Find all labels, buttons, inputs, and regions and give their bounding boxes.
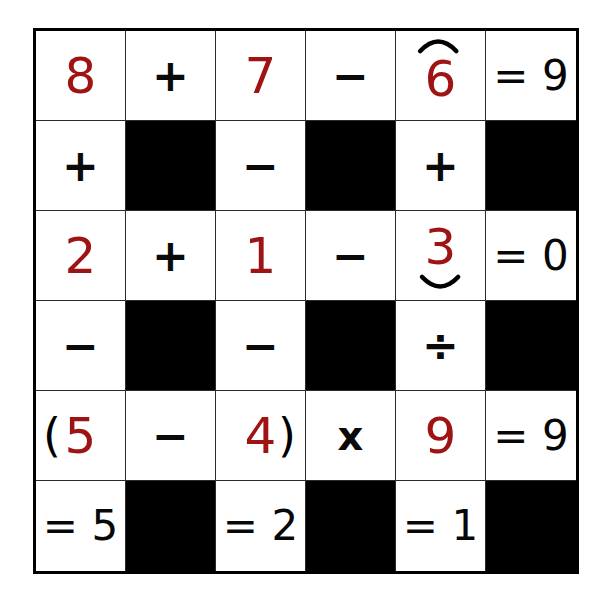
- entry-digit: 4: [245, 411, 277, 461]
- cell-r3c2-operator: +: [126, 211, 216, 301]
- operator-glyph: +: [62, 144, 99, 188]
- cell-r5c3-number[interactable]: 4): [216, 391, 306, 481]
- cell-r4c2-black: [126, 301, 216, 391]
- result-text: = 9: [493, 55, 568, 97]
- cell-r5c6-result: = 9: [486, 391, 576, 481]
- cell-r6c4-black: [306, 481, 396, 571]
- cell-r2c6-black: [486, 121, 576, 211]
- cell-r3c1-number[interactable]: 2: [36, 211, 126, 301]
- cell-r3c4-operator: −: [306, 211, 396, 301]
- cell-r5c2-operator: −: [126, 391, 216, 481]
- cell-r1c1-number[interactable]: 8: [36, 31, 126, 121]
- cell-r4c6-black: [486, 301, 576, 391]
- operator-glyph: ÷: [422, 324, 459, 368]
- operator-glyph: −: [332, 54, 369, 98]
- entry-digit: 6: [425, 54, 457, 104]
- cell-r1c5-number[interactable]: 6: [396, 31, 486, 121]
- result-text: = 0: [493, 235, 568, 277]
- grouping-arc-under-icon: [417, 273, 463, 291]
- cell-r6c6-black: [486, 481, 576, 571]
- cell-r2c5-operator: +: [396, 121, 486, 211]
- grouping-arc-over-icon: [415, 37, 461, 55]
- cell-r1c3-number[interactable]: 7: [216, 31, 306, 121]
- cell-r5c4-operator: x: [306, 391, 396, 481]
- cell-r1c4-operator: −: [306, 31, 396, 121]
- result-text: = 9: [493, 415, 568, 457]
- cell-r6c3-result: = 2: [216, 481, 306, 571]
- operator-glyph: −: [242, 144, 279, 188]
- cell-r1c6-result: = 9: [486, 31, 576, 121]
- operator-glyph: −: [242, 324, 279, 368]
- cell-r4c4-black: [306, 301, 396, 391]
- entry-digit: 3: [425, 222, 457, 272]
- entry-digit: 7: [245, 51, 277, 101]
- cell-r3c6-result: = 0: [486, 211, 576, 301]
- operator-glyph: +: [152, 54, 189, 98]
- puzzle-page: 8+7−6= 9+−+2+1−3= 0−−÷(5−4)x9= 9= 5= 2= …: [0, 0, 611, 611]
- operator-glyph: x: [338, 416, 364, 456]
- result-text: = 2: [223, 505, 298, 547]
- entry-digit: 9: [425, 411, 457, 461]
- cell-r2c3-operator: −: [216, 121, 306, 211]
- cell-r3c3-number[interactable]: 1: [216, 211, 306, 301]
- operator-glyph: +: [422, 144, 459, 188]
- result-text: = 5: [43, 505, 118, 547]
- entry-digit: 5: [65, 411, 97, 461]
- close-paren: ): [278, 412, 296, 458]
- cell-r6c1-result: = 5: [36, 481, 126, 571]
- cell-r4c5-operator: ÷: [396, 301, 486, 391]
- entry-digit: 2: [65, 231, 97, 281]
- cell-r5c1-number[interactable]: (5: [36, 391, 126, 481]
- operator-glyph: −: [152, 414, 189, 458]
- cell-r4c1-operator: −: [36, 301, 126, 391]
- operator-glyph: −: [332, 234, 369, 278]
- puzzle-board: 8+7−6= 9+−+2+1−3= 0−−÷(5−4)x9= 9= 5= 2= …: [33, 28, 579, 574]
- cell-r1c2-operator: +: [126, 31, 216, 121]
- entry-digit: 8: [65, 51, 97, 101]
- operator-glyph: +: [152, 234, 189, 278]
- cell-r6c5-result: = 1: [396, 481, 486, 571]
- cell-r6c2-black: [126, 481, 216, 571]
- result-text: = 1: [403, 505, 478, 547]
- entry-digit: 1: [245, 231, 277, 281]
- cell-r5c5-number[interactable]: 9: [396, 391, 486, 481]
- cell-r3c5-number[interactable]: 3: [396, 211, 486, 301]
- open-paren: (: [43, 412, 61, 458]
- cell-r4c3-operator: −: [216, 301, 306, 391]
- cell-r2c4-black: [306, 121, 396, 211]
- cell-r2c2-black: [126, 121, 216, 211]
- cell-r2c1-operator: +: [36, 121, 126, 211]
- operator-glyph: −: [62, 324, 99, 368]
